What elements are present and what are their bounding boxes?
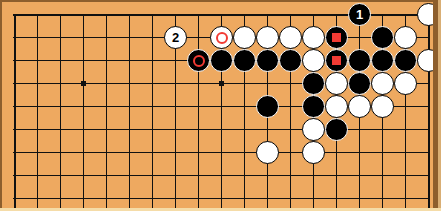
star-point [219, 81, 224, 86]
grid-line-vertical [221, 164, 222, 187]
grid-line-vertical [175, 95, 176, 118]
intersection-2-5 [49, 118, 72, 141]
grid-line-vertical [428, 26, 430, 49]
grid-line-vertical [428, 164, 430, 187]
intersection-16-7 [371, 164, 394, 187]
intersection-0-8 [3, 187, 26, 210]
intersection-0-3 [3, 72, 26, 95]
intersection-6-1 [141, 26, 164, 49]
grid-line-vertical [313, 187, 314, 210]
intersection-15-2 [348, 49, 371, 72]
white-stone [233, 26, 256, 49]
intersection-14-3 [325, 72, 348, 95]
intersection-1-1 [26, 26, 49, 49]
grid-line-vertical [106, 187, 107, 210]
intersection-12-0 [279, 3, 302, 26]
black-stone [210, 49, 233, 72]
intersection-9-7 [210, 164, 233, 187]
white-stone [256, 26, 279, 49]
grid-line-vertical [83, 95, 84, 118]
white-stone [394, 72, 417, 95]
grid-line-vertical [290, 72, 291, 95]
intersection-15-6 [348, 141, 371, 164]
grid-line-vertical [382, 14, 383, 27]
intersection-10-5 [233, 118, 256, 141]
grid-line-vertical [198, 141, 199, 164]
grid-line-vertical [175, 118, 176, 141]
intersection-10-8 [233, 187, 256, 210]
grid-line-vertical [175, 72, 176, 95]
grid-line-vertical [359, 187, 360, 210]
intersection-7-4 [164, 95, 187, 118]
grid-line-vertical [106, 95, 107, 118]
intersection-2-3 [49, 72, 72, 95]
intersection-6-2 [141, 49, 164, 72]
intersection-2-1 [49, 26, 72, 49]
intersection-7-0 [164, 3, 187, 26]
grid-line-vertical [152, 187, 153, 210]
grid-line-vertical [290, 95, 291, 118]
intersection-3-4 [72, 95, 95, 118]
white-stone [302, 26, 325, 49]
intersection-4-0 [95, 3, 118, 26]
intersection-11-8 [256, 187, 279, 210]
grid-line-vertical [359, 118, 360, 141]
white-stone [325, 72, 348, 95]
white-stone [325, 95, 348, 118]
intersection-15-8 [348, 187, 371, 210]
intersection-7-6 [164, 141, 187, 164]
intersection-6-0 [141, 3, 164, 26]
intersection-17-0 [394, 3, 417, 26]
black-stone [348, 49, 371, 72]
intersection-0-6 [3, 141, 26, 164]
intersection-16-0 [371, 3, 394, 26]
intersection-13-1 [302, 26, 325, 49]
grid-line-vertical [290, 118, 291, 141]
intersection-5-8 [118, 187, 141, 210]
grid-line-vertical [382, 187, 383, 210]
black-stone [302, 72, 325, 95]
black-stone [256, 95, 279, 118]
intersection-14-2 [325, 49, 348, 72]
go-board-grid: 12 [3, 3, 440, 210]
intersection-2-8 [49, 187, 72, 210]
grid-line-vertical [405, 14, 406, 27]
grid-line-vertical [129, 141, 130, 164]
intersection-10-1 [233, 26, 256, 49]
grid-line-vertical [152, 95, 153, 118]
board-frame-top-edge [0, 0, 441, 2]
grid-line-vertical [152, 72, 153, 95]
intersection-17-4 [394, 95, 417, 118]
black-stone [302, 95, 325, 118]
grid-line-vertical [290, 141, 291, 164]
intersection-13-4 [302, 95, 325, 118]
grid-line-vertical [37, 141, 38, 164]
grid-line-vertical [37, 14, 38, 27]
intersection-11-7 [256, 164, 279, 187]
grid-line-vertical [221, 14, 222, 27]
intersection-0-4 [3, 95, 26, 118]
intersection-5-0 [118, 3, 141, 26]
grid-line-vertical [382, 141, 383, 164]
red-square-marker [332, 33, 341, 42]
intersection-14-8 [325, 187, 348, 210]
intersection-3-6 [72, 141, 95, 164]
intersection-14-0 [325, 3, 348, 26]
intersection-7-2 [164, 49, 187, 72]
intersection-13-3 [302, 72, 325, 95]
intersection-10-6 [233, 141, 256, 164]
grid-line-vertical [83, 49, 84, 72]
grid-line-vertical [267, 164, 268, 187]
grid-line-vertical [221, 187, 222, 210]
intersection-14-5 [325, 118, 348, 141]
intersection-17-7 [394, 164, 417, 187]
intersection-13-8 [302, 187, 325, 210]
grid-line-vertical [244, 95, 245, 118]
grid-line-vertical [37, 95, 38, 118]
grid-line-vertical [313, 164, 314, 187]
grid-line-vertical [152, 49, 153, 72]
intersection-2-7 [49, 164, 72, 187]
intersection-9-6 [210, 141, 233, 164]
intersection-0-1 [3, 26, 26, 49]
go-board-diagram: 12 [0, 0, 441, 211]
grid-line-vertical [175, 187, 176, 210]
grid-line-vertical [106, 118, 107, 141]
grid-line-vertical [14, 14, 16, 27]
grid-line-vertical [198, 95, 199, 118]
intersection-3-2 [72, 49, 95, 72]
grid-line-vertical [83, 141, 84, 164]
intersection-1-7 [26, 164, 49, 187]
grid-line-vertical [175, 49, 176, 72]
intersection-8-5 [187, 118, 210, 141]
grid-line-vertical [129, 72, 130, 95]
grid-line-vertical [37, 72, 38, 95]
intersection-17-6 [394, 141, 417, 164]
grid-line-vertical [405, 95, 406, 118]
intersection-12-8 [279, 187, 302, 210]
intersection-4-4 [95, 95, 118, 118]
intersection-9-4 [210, 95, 233, 118]
white-stone [210, 26, 233, 49]
black-stone [233, 49, 256, 72]
grid-line-vertical [60, 118, 61, 141]
intersection-3-5 [72, 118, 95, 141]
intersection-3-3 [72, 72, 95, 95]
intersection-10-4 [233, 95, 256, 118]
intersection-1-2 [26, 49, 49, 72]
grid-line-vertical [106, 72, 107, 95]
intersection-0-7 [3, 164, 26, 187]
grid-line-vertical [106, 26, 107, 49]
grid-line-vertical [83, 118, 84, 141]
intersection-4-2 [95, 49, 118, 72]
intersection-11-3 [256, 72, 279, 95]
intersection-15-0: 1 [348, 3, 371, 26]
grid-line-vertical [152, 118, 153, 141]
grid-line-vertical [106, 164, 107, 187]
intersection-10-3 [233, 72, 256, 95]
grid-line-vertical [244, 14, 245, 27]
intersection-9-8 [210, 187, 233, 210]
intersection-17-1 [394, 26, 417, 49]
intersection-5-4 [118, 95, 141, 118]
intersection-2-0 [49, 3, 72, 26]
intersection-1-3 [26, 72, 49, 95]
grid-line-vertical [336, 187, 337, 210]
grid-line-vertical [37, 49, 38, 72]
grid-line-vertical [14, 26, 16, 49]
grid-line-vertical [83, 164, 84, 187]
grid-line-vertical [359, 164, 360, 187]
intersection-10-0 [233, 3, 256, 26]
black-stone: 1 [348, 3, 371, 26]
grid-line-vertical [83, 26, 84, 49]
intersection-12-5 [279, 118, 302, 141]
grid-line-vertical [336, 141, 337, 164]
intersection-16-6 [371, 141, 394, 164]
red-circle-marker [193, 55, 205, 67]
intersection-16-4 [371, 95, 394, 118]
grid-line-vertical [14, 141, 16, 164]
grid-line-vertical [198, 26, 199, 49]
grid-line-vertical [198, 118, 199, 141]
grid-line-vertical [60, 95, 61, 118]
black-stone [256, 49, 279, 72]
grid-line-vertical [290, 164, 291, 187]
intersection-1-0 [26, 3, 49, 26]
intersection-7-7 [164, 164, 187, 187]
grid-line-vertical [267, 14, 268, 27]
grid-line-vertical [14, 118, 16, 141]
intersection-5-7 [118, 164, 141, 187]
intersection-15-3 [348, 72, 371, 95]
grid-line-vertical [359, 141, 360, 164]
grid-line-vertical [37, 164, 38, 187]
grid-line-vertical [313, 14, 314, 27]
red-square-marker [332, 56, 341, 65]
grid-line-vertical [198, 14, 199, 27]
intersection-7-3 [164, 72, 187, 95]
grid-line-vertical [244, 164, 245, 187]
intersection-12-6 [279, 141, 302, 164]
grid-line-vertical [60, 49, 61, 72]
intersection-9-1 [210, 26, 233, 49]
intersection-3-8 [72, 187, 95, 210]
white-stone [371, 72, 394, 95]
grid-line-vertical [152, 141, 153, 164]
white-stone [279, 26, 302, 49]
grid-line-vertical [267, 187, 268, 210]
black-stone [279, 49, 302, 72]
intersection-8-3 [187, 72, 210, 95]
grid-line-vertical [60, 26, 61, 49]
intersection-12-1 [279, 26, 302, 49]
white-stone [302, 141, 325, 164]
intersection-3-1 [72, 26, 95, 49]
intersection-12-7 [279, 164, 302, 187]
intersection-16-2 [371, 49, 394, 72]
grid-line-vertical [336, 14, 337, 27]
grid-line-vertical [267, 118, 268, 141]
intersection-15-5 [348, 118, 371, 141]
grid-line-vertical [428, 95, 430, 118]
intersection-1-5 [26, 118, 49, 141]
grid-line-vertical [290, 14, 291, 27]
intersection-14-7 [325, 164, 348, 187]
intersection-0-0 [3, 3, 26, 26]
intersection-7-1: 2 [164, 26, 187, 49]
intersection-6-5 [141, 118, 164, 141]
intersection-13-7 [302, 164, 325, 187]
star-point [81, 81, 86, 86]
intersection-11-0 [256, 3, 279, 26]
grid-line-vertical [37, 26, 38, 49]
red-circle-marker [216, 32, 228, 44]
intersection-0-2 [3, 49, 26, 72]
intersection-8-1 [187, 26, 210, 49]
board-frame-right-edge [433, 0, 441, 211]
grid-line-vertical [129, 49, 130, 72]
intersection-2-4 [49, 95, 72, 118]
grid-line-vertical [152, 26, 153, 49]
grid-line-vertical [106, 14, 107, 27]
intersection-2-2 [49, 49, 72, 72]
intersection-8-7 [187, 164, 210, 187]
white-stone [394, 26, 417, 49]
black-stone [371, 49, 394, 72]
grid-line-vertical [14, 187, 16, 210]
intersection-4-7 [95, 164, 118, 187]
grid-line-vertical [244, 187, 245, 210]
grid-line-vertical [37, 187, 38, 210]
intersection-6-3 [141, 72, 164, 95]
white-stone [302, 118, 325, 141]
intersection-11-4 [256, 95, 279, 118]
intersection-9-2 [210, 49, 233, 72]
intersection-5-5 [118, 118, 141, 141]
grid-line-vertical [152, 14, 153, 27]
grid-line-vertical [290, 187, 291, 210]
grid-line-vertical [83, 14, 84, 27]
grid-line-vertical [129, 95, 130, 118]
white-stone [371, 95, 394, 118]
intersection-15-4 [348, 95, 371, 118]
intersection-12-4 [279, 95, 302, 118]
grid-line-vertical [14, 49, 16, 72]
intersection-4-6 [95, 141, 118, 164]
grid-line-vertical [129, 26, 130, 49]
intersection-8-8 [187, 187, 210, 210]
grid-line-vertical [60, 164, 61, 187]
black-stone [325, 49, 348, 72]
grid-line-vertical [359, 26, 360, 49]
grid-line-vertical [382, 164, 383, 187]
black-stone [348, 72, 371, 95]
grid-line-vertical [244, 118, 245, 141]
intersection-17-3 [394, 72, 417, 95]
intersection-5-1 [118, 26, 141, 49]
grid-line-vertical [129, 14, 130, 27]
intersection-1-4 [26, 95, 49, 118]
intersection-8-4 [187, 95, 210, 118]
intersection-10-7 [233, 164, 256, 187]
grid-line-vertical [14, 95, 16, 118]
intersection-12-3 [279, 72, 302, 95]
intersection-5-6 [118, 141, 141, 164]
intersection-17-8 [394, 187, 417, 210]
intersection-13-6 [302, 141, 325, 164]
intersection-11-2 [256, 49, 279, 72]
white-stone: 2 [164, 26, 187, 49]
white-stone [302, 49, 325, 72]
intersection-8-6 [187, 141, 210, 164]
move-number-label: 2 [172, 31, 179, 44]
grid-line-vertical [244, 141, 245, 164]
grid-line-vertical [405, 164, 406, 187]
intersection-3-7 [72, 164, 95, 187]
grid-line-vertical [37, 118, 38, 141]
grid-line-vertical [152, 164, 153, 187]
intersection-3-0 [72, 3, 95, 26]
grid-line-vertical [405, 118, 406, 141]
grid-line-vertical [129, 164, 130, 187]
grid-line-vertical [405, 187, 406, 210]
intersection-15-7 [348, 164, 371, 187]
grid-line-vertical [405, 141, 406, 164]
grid-line-vertical [428, 118, 430, 141]
intersection-5-3 [118, 72, 141, 95]
intersection-16-8 [371, 187, 394, 210]
move-number-label: 1 [356, 8, 363, 21]
grid-line-vertical [428, 187, 430, 210]
intersection-5-2 [118, 49, 141, 72]
grid-line-vertical [175, 164, 176, 187]
intersection-16-1 [371, 26, 394, 49]
intersection-13-2 [302, 49, 325, 72]
white-stone [256, 141, 279, 164]
grid-line-vertical [129, 187, 130, 210]
grid-line-vertical [221, 141, 222, 164]
grid-line-vertical [60, 141, 61, 164]
grid-line-vertical [175, 141, 176, 164]
grid-line-vertical [83, 187, 84, 210]
intersection-4-5 [95, 118, 118, 141]
intersection-17-5 [394, 118, 417, 141]
intersection-11-5 [256, 118, 279, 141]
intersection-11-6 [256, 141, 279, 164]
grid-line-vertical [336, 164, 337, 187]
intersection-9-3 [210, 72, 233, 95]
grid-line-vertical [60, 72, 61, 95]
intersection-16-5 [371, 118, 394, 141]
intersection-8-0 [187, 3, 210, 26]
intersection-11-1 [256, 26, 279, 49]
intersection-4-1 [95, 26, 118, 49]
grid-line-vertical [428, 72, 430, 95]
grid-line-vertical [198, 187, 199, 210]
black-stone [325, 118, 348, 141]
black-stone [371, 26, 394, 49]
intersection-1-8 [26, 187, 49, 210]
intersection-6-4 [141, 95, 164, 118]
grid-line-vertical [244, 72, 245, 95]
intersection-0-5 [3, 118, 26, 141]
